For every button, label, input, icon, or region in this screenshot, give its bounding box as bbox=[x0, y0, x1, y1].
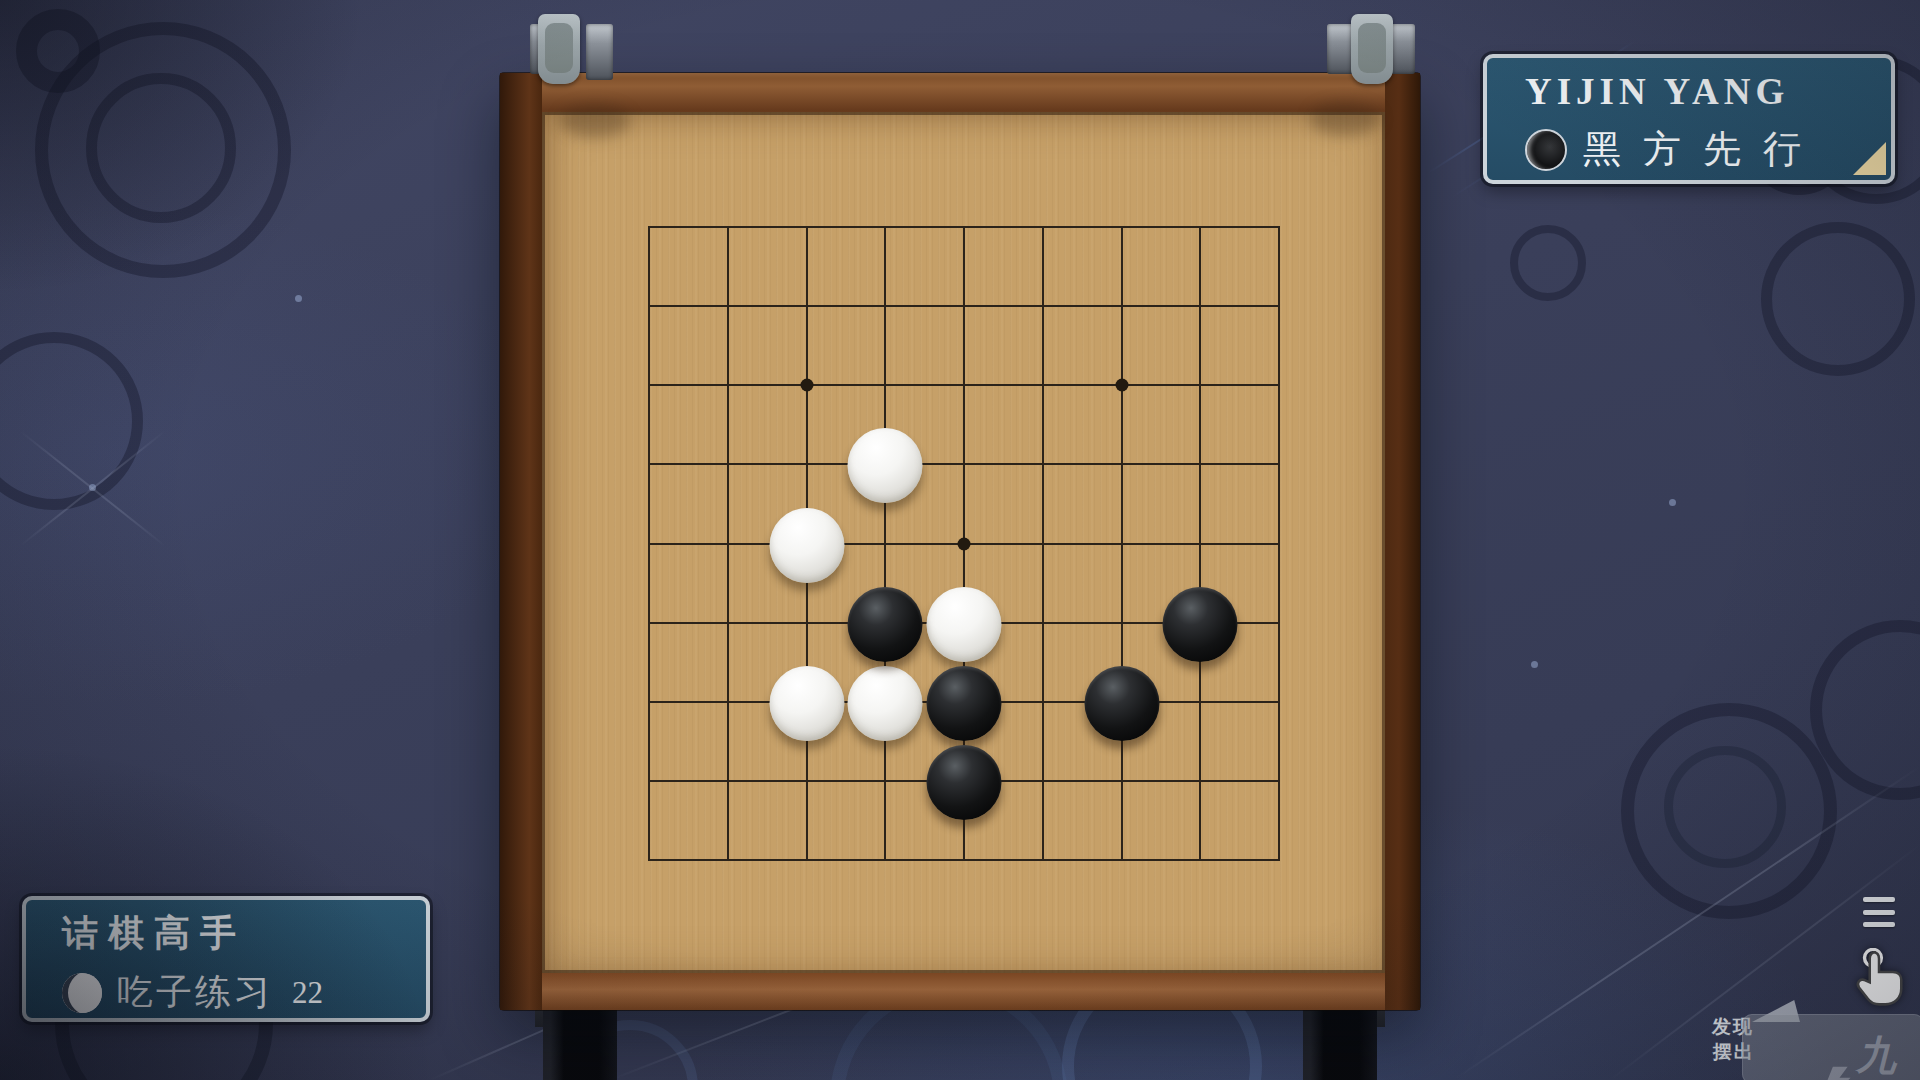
player-name: YIJIN YANG bbox=[1525, 70, 1891, 114]
frame-right-face bbox=[1385, 73, 1420, 1010]
bg-ring bbox=[1510, 225, 1586, 301]
game-screen: ○○○○○●●●●● YIJIN YANG 黑方先行 诘棋高手 吃子练习 22 bbox=[0, 0, 1920, 1080]
board-clamp-right bbox=[1327, 12, 1415, 85]
grid-line-v-7 bbox=[1121, 226, 1123, 861]
menu-button[interactable] bbox=[1863, 897, 1895, 927]
bg-dot bbox=[1531, 661, 1538, 668]
clamp-wing bbox=[1327, 24, 1354, 74]
clamp-plate-inner bbox=[545, 23, 573, 73]
white-stone-3-5: ○ bbox=[769, 508, 844, 583]
watermark-text: 九游 bbox=[1856, 1028, 1920, 1080]
white-stone-4-7: ○ bbox=[848, 666, 923, 741]
bg-ring bbox=[0, 332, 143, 510]
player-panel[interactable]: YIJIN YANG 黑方先行 bbox=[1483, 54, 1895, 184]
hamburger-icon bbox=[1863, 910, 1895, 915]
puzzle-title: 诘棋高手 bbox=[62, 912, 426, 954]
grid-line-v-6 bbox=[1042, 226, 1044, 861]
hamburger-icon bbox=[1863, 897, 1895, 902]
clamp-wing bbox=[586, 24, 613, 80]
grid-line-v-9 bbox=[1278, 226, 1280, 861]
white-stone-3-7: ○ bbox=[769, 666, 844, 741]
puzzle-number: 22 bbox=[292, 975, 323, 1011]
grid-line-h-9 bbox=[648, 859, 1280, 861]
white-stone-5-6: ○ bbox=[927, 587, 1002, 662]
puzzle-panel[interactable]: 诘棋高手 吃子练习 22 bbox=[22, 896, 430, 1022]
clamp-plate bbox=[1351, 14, 1393, 84]
black-stone-4-6: ● bbox=[848, 587, 923, 662]
frame-bottom-face bbox=[500, 973, 1420, 1010]
bg-dot bbox=[1669, 499, 1676, 506]
bg-ring bbox=[1664, 746, 1786, 868]
white-stone-icon bbox=[62, 973, 102, 1013]
frame-left-face bbox=[500, 73, 542, 1010]
white-stone-4-4: ○ bbox=[848, 428, 923, 503]
star-point-7-3 bbox=[1115, 379, 1128, 392]
star-point-3-3 bbox=[800, 379, 813, 392]
turn-indicator-label: 黑方先行 bbox=[1583, 124, 1823, 175]
clamp-shadow bbox=[560, 104, 630, 138]
clamp-shadow bbox=[1310, 102, 1380, 136]
black-stone-8-6: ● bbox=[1163, 587, 1238, 662]
black-stone-5-8: ● bbox=[927, 745, 1002, 820]
easel-leg-right bbox=[1303, 1008, 1377, 1080]
board-clamp-left bbox=[530, 12, 618, 85]
grid-line-v-8 bbox=[1199, 226, 1201, 861]
frame-top-face bbox=[500, 73, 1420, 112]
bg-ring bbox=[16, 9, 100, 93]
clamp-plate-inner bbox=[1358, 23, 1386, 73]
black-stone-icon bbox=[1525, 129, 1567, 171]
bg-ring bbox=[1761, 222, 1915, 376]
easel-leg-left bbox=[543, 1008, 617, 1080]
board-surface: ○○○○○●●●●● bbox=[542, 112, 1385, 973]
watermark-logo: 九游 bbox=[1824, 1028, 1920, 1080]
go-board-grid[interactable]: ○○○○○●●●●● bbox=[649, 227, 1279, 860]
black-stone-5-7: ● bbox=[927, 666, 1002, 741]
watermark-g-icon bbox=[1824, 1058, 1852, 1080]
star-point-5-5 bbox=[958, 537, 971, 550]
black-stone-7-7: ● bbox=[1084, 666, 1159, 741]
hamburger-icon bbox=[1863, 922, 1895, 927]
clamp-plate bbox=[538, 14, 580, 84]
bg-ring bbox=[86, 73, 236, 223]
bg-dot bbox=[295, 295, 302, 302]
board-frame: ○○○○○●●●●● bbox=[500, 73, 1420, 1010]
puzzle-subtitle: 吃子练习 bbox=[117, 968, 273, 1017]
hand-cursor-icon bbox=[1853, 948, 1907, 1010]
